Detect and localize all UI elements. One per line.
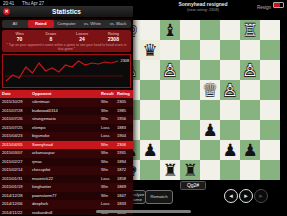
home-indicator[interactable] <box>96 210 191 213</box>
cell: 2015/03/07 <box>0 149 32 158</box>
cell: deepfork <box>32 200 101 209</box>
cell: Win <box>101 192 117 201</box>
square-f5[interactable] <box>160 100 180 120</box>
game-row-Sonnyhead[interactable]: 2015/04/05SonnyheadWin2306 <box>0 141 133 150</box>
square-f8[interactable]: ♜ <box>160 160 180 180</box>
square-d6[interactable]: ♟ <box>200 120 220 140</box>
cell: chesspilot <box>32 166 101 175</box>
square-f4[interactable] <box>160 80 180 100</box>
cell: maverick22 <box>32 175 101 184</box>
square-b8[interactable] <box>240 160 260 180</box>
app-screen: ♔♝♖♛♙♙♙♕♙♟♟♟♟♟♚♜♜ 20:41 Thu Apr 27 Sonny… <box>0 0 287 215</box>
game-row-arkansaspar[interactable]: 2015/03/07arkansasparWin1931 <box>0 149 133 158</box>
cell: kinghunter <box>32 183 101 192</box>
piece-q-g2: ♛ <box>140 40 160 60</box>
close-icon[interactable]: ✕ <box>3 8 10 15</box>
clock-date: Thu Apr 27 <box>22 1 44 6</box>
back-button[interactable]: ◂ <box>224 189 238 203</box>
panel-title-bar: ✕ Statistics <box>0 6 133 18</box>
game-row-kinghunter[interactable]: 2015/01/19kinghunterWin1869 <box>0 183 133 192</box>
cell: Win <box>101 98 117 107</box>
square-d3[interactable] <box>200 60 220 80</box>
square-b4[interactable] <box>240 80 260 100</box>
forward-button[interactable]: ▸ <box>239 189 253 203</box>
cell: 1872 <box>117 166 133 175</box>
cell: 1847 <box>117 192 133 201</box>
cell: 2015/02/14 <box>0 166 32 175</box>
piece-p-d6: ♟ <box>200 120 220 140</box>
square-b2[interactable] <box>240 40 260 60</box>
cell: Win <box>101 149 117 158</box>
cell: 2015/01/31 <box>0 175 32 184</box>
cell: rjmac <box>32 158 101 167</box>
game-row-rjmac[interactable]: 2015/02/27rjmacWin1894 <box>0 158 133 167</box>
cell: 2014/11/22 <box>0 209 32 216</box>
cell: 2015/07/26 <box>0 115 32 124</box>
battery-icon <box>273 2 284 8</box>
cell: 2015/10/29 <box>0 98 32 107</box>
square-a6[interactable] <box>260 120 280 140</box>
cell: budwood4314 <box>32 107 101 116</box>
piece-R-b1: ♖ <box>240 20 260 40</box>
cell: 2014/12/06 <box>0 200 32 209</box>
cell: 1833 <box>117 200 133 209</box>
game-row-maverick22[interactable]: 2015/01/31maverick22Loss1858 <box>0 175 133 184</box>
square-g6[interactable] <box>140 120 160 140</box>
table-header-row: DateOpponentResultRating <box>0 90 133 98</box>
piece-P-b3: ♙ <box>240 60 260 80</box>
square-g1[interactable] <box>140 20 160 40</box>
square-e1[interactable] <box>180 20 200 40</box>
square-a7[interactable] <box>260 140 280 160</box>
game-row-silentman[interactable]: 2015/10/29silentmanWin2305 <box>0 98 133 107</box>
rematch-button[interactable]: Rematch <box>145 190 173 204</box>
cell: 2305 <box>117 98 133 107</box>
square-e8[interactable]: ♜ <box>180 160 200 180</box>
square-a4[interactable] <box>260 80 280 100</box>
square-a3[interactable] <box>260 60 280 80</box>
cell: Win <box>101 166 117 175</box>
square-c1[interactable] <box>220 20 240 40</box>
cell: Win <box>101 158 117 167</box>
panel-title: Statistics <box>0 6 133 17</box>
square-f2[interactable] <box>160 40 180 60</box>
cell: Rating <box>117 90 133 98</box>
square-f3[interactable]: ♙ <box>160 60 180 80</box>
cell: silentman <box>32 98 101 107</box>
cell: 1904 <box>117 132 133 141</box>
new-rating-text: (new rating: 2308) <box>143 7 263 12</box>
piece-p-b7: ♟ <box>240 140 260 160</box>
square-g5[interactable] <box>140 100 160 120</box>
cell: 1869 <box>117 183 133 192</box>
cell: 2015/04/23 <box>0 132 32 141</box>
game-row-deepfork[interactable]: 2014/12/06deepforkLoss1833 <box>0 200 133 209</box>
tab-computer[interactable]: Computer <box>54 20 80 28</box>
square-a8[interactable] <box>260 160 280 180</box>
cell: Loss <box>101 175 117 184</box>
cell: 2306 <box>117 141 133 150</box>
square-d4[interactable]: ♕ <box>200 80 220 100</box>
cell: Date <box>0 90 32 98</box>
cell: 1956 <box>117 115 133 124</box>
game-row-chesspilot[interactable]: 2015/02/14chesspilotWin1872 <box>0 166 133 175</box>
square-f1[interactable]: ♝ <box>160 20 180 40</box>
square-e7[interactable] <box>180 140 200 160</box>
square-e3[interactable] <box>180 60 200 80</box>
rating-chart-end-label: 2308 <box>121 59 129 63</box>
square-g4[interactable] <box>140 80 160 100</box>
square-c6[interactable] <box>220 120 240 140</box>
square-e6[interactable] <box>180 120 200 140</box>
square-d1[interactable] <box>200 20 220 40</box>
piece-r-f8: ♜ <box>160 160 180 180</box>
piece-P-c4: ♙ <box>220 80 240 100</box>
square-d2[interactable] <box>200 40 220 60</box>
game-row-pawnstorm77[interactable]: 2014/12/28pawnstorm77Win1847 <box>0 192 133 201</box>
square-e2[interactable] <box>180 40 200 60</box>
square-e4[interactable] <box>180 80 200 100</box>
square-c4[interactable]: ♙ <box>220 80 240 100</box>
square-c2[interactable] <box>220 40 240 60</box>
summary-value-wins: 70 <box>4 36 35 42</box>
square-c7[interactable]: ♟ <box>220 140 240 160</box>
cell: 1985 <box>117 107 133 116</box>
piece-p-c7: ♟ <box>220 140 240 160</box>
tab-vs-white[interactable]: vs. White <box>79 20 105 28</box>
square-c3[interactable] <box>220 60 240 80</box>
square-d8[interactable] <box>200 160 220 180</box>
rating-chart: 2308 <box>2 54 131 88</box>
tab-all[interactable]: All <box>2 20 28 28</box>
cell: Loss <box>101 132 117 141</box>
statistics-panel: ✕ Statistics AllRatedComputervs. Whitevs… <box>0 6 133 215</box>
square-b1[interactable]: ♖ <box>240 20 260 40</box>
cell: bigsmoke <box>32 132 101 141</box>
cell: Win <box>101 183 117 192</box>
cell: Win <box>101 107 117 116</box>
square-b3[interactable]: ♙ <box>240 60 260 80</box>
square-f6[interactable] <box>160 120 180 140</box>
cell: 2015/01/19 <box>0 183 32 192</box>
stats-tabs: AllRatedComputervs. Whitevs. Black <box>2 20 131 28</box>
cell: strangemario <box>32 115 101 124</box>
piece-P-f3: ♙ <box>160 60 180 80</box>
square-e5[interactable] <box>180 100 200 120</box>
cell: Win <box>101 115 117 124</box>
tab-rated[interactable]: Rated <box>28 20 54 28</box>
cell: 1883 <box>117 124 133 133</box>
square-a2[interactable] <box>260 40 280 60</box>
cell: 2015/07/25 <box>0 124 32 133</box>
square-f7[interactable] <box>160 140 180 160</box>
cell: Opponent <box>32 90 101 98</box>
game-row-budwood4314[interactable]: 2015/07/28budwood4314Win1985 <box>0 107 133 116</box>
cell: 1931 <box>117 149 133 158</box>
cell: pawnstorm77 <box>32 192 101 201</box>
stats-summary: WinsDrawsLossesRating 708242308 * Tap on… <box>2 30 131 52</box>
cell: 2015/02/27 <box>0 158 32 167</box>
cell: Loss <box>101 124 117 133</box>
games-table: DateOpponentResultRating2015/10/29silent… <box>0 90 133 215</box>
summary-value-draws: 8 <box>35 36 66 42</box>
square-g7[interactable]: ♟ <box>140 140 160 160</box>
chess-board: ♔♝♖♛♙♙♙♕♙♟♟♟♟♟♚♜♜ <box>120 20 280 180</box>
game-row-bigsmoke[interactable]: 2015/04/23bigsmokeLoss1904 <box>0 132 133 141</box>
cell: elempo <box>32 124 101 133</box>
square-c8[interactable] <box>220 160 240 180</box>
tab-vs-black[interactable]: vs. Black <box>105 20 131 28</box>
square-c5[interactable] <box>220 100 240 120</box>
piece-p-g7: ♟ <box>140 140 160 160</box>
game-row-strangemario[interactable]: 2015/07/26strangemarioWin1956 <box>0 115 133 124</box>
cell: arkansaspar <box>32 149 101 158</box>
cell: 2014/12/28 <box>0 192 32 201</box>
cell: 1894 <box>117 158 133 167</box>
cell: rookandroll <box>32 209 101 216</box>
square-b6[interactable] <box>240 120 260 140</box>
square-d5[interactable] <box>200 100 220 120</box>
cell: 2015/07/28 <box>0 107 32 116</box>
summary-value-rating: 2308 <box>98 36 129 42</box>
piece-r-e8: ♜ <box>180 160 200 180</box>
cell: Result <box>101 90 117 98</box>
stats-note: * Tap on your opponent's name within a g… <box>4 43 129 51</box>
square-b7[interactable]: ♟ <box>240 140 260 160</box>
rating-chart-line <box>3 55 130 86</box>
piece-b-f1: ♝ <box>160 20 180 40</box>
summary-value-losses: 24 <box>67 36 98 42</box>
square-d7[interactable] <box>200 140 220 160</box>
square-g8[interactable] <box>140 160 160 180</box>
status-bar: 20:41 Thu Apr 27 <box>0 0 287 6</box>
cell: Loss <box>101 200 117 209</box>
square-a1[interactable] <box>260 20 280 40</box>
game-row-elempo[interactable]: 2015/07/25elempoLoss1883 <box>0 124 133 133</box>
cell: 1858 <box>117 175 133 184</box>
cell: 2015/04/05 <box>0 141 32 150</box>
square-b5[interactable] <box>240 100 260 120</box>
square-a5[interactable] <box>260 100 280 120</box>
piece-Q-d4: ♕ <box>200 80 220 100</box>
square-g2[interactable]: ♛ <box>140 40 160 60</box>
forward-end-button[interactable]: ▸ <box>254 189 268 203</box>
cell: Sonnyhead <box>32 141 101 150</box>
clock-time: 20:41 <box>3 1 14 6</box>
square-g3[interactable] <box>140 60 160 80</box>
cell: Win <box>101 141 117 150</box>
